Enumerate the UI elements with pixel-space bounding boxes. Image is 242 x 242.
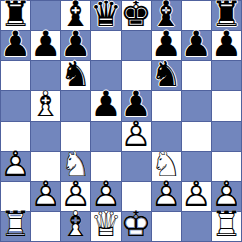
square-e2[interactable] xyxy=(122,182,151,211)
square-b3[interactable] xyxy=(31,152,60,181)
white-queen: ♕ xyxy=(90,208,121,242)
square-b4[interactable] xyxy=(31,122,60,151)
square-e5[interactable]: ♟ xyxy=(122,91,151,120)
white-pawn-fill: ♟ xyxy=(60,177,91,212)
square-c6[interactable]: ♞ xyxy=(61,61,90,90)
white-bishop: ♗ xyxy=(60,208,91,242)
square-f8[interactable]: ♝ xyxy=(152,1,181,30)
square-a1[interactable]: ♜♖ xyxy=(1,212,30,241)
square-e3[interactable] xyxy=(122,152,151,181)
square-e1[interactable]: ♚♔ xyxy=(122,212,151,241)
square-h8[interactable]: ♜ xyxy=(212,1,241,30)
black-rook: ♜ xyxy=(0,0,31,32)
square-b5[interactable]: ♝♗ xyxy=(31,91,60,120)
white-pawn-fill: ♟ xyxy=(30,177,61,212)
square-f4[interactable] xyxy=(152,122,181,151)
black-rook: ♜ xyxy=(211,0,242,32)
white-knight: ♘ xyxy=(60,147,91,182)
square-c8[interactable]: ♝ xyxy=(61,1,90,30)
white-pawn: ♙ xyxy=(120,117,151,152)
white-pawn-fill: ♟ xyxy=(181,177,212,212)
white-bishop: ♗ xyxy=(30,87,61,122)
square-g4[interactable] xyxy=(182,122,211,151)
black-pawn: ♟ xyxy=(181,27,212,62)
black-pawn: ♟ xyxy=(211,27,242,62)
square-h3[interactable] xyxy=(212,152,241,181)
white-pawn: ♙ xyxy=(60,177,91,212)
square-a5[interactable] xyxy=(1,91,30,120)
white-pawn: ♙ xyxy=(150,177,181,212)
white-king: ♔ xyxy=(120,208,151,242)
square-a6[interactable] xyxy=(1,61,30,90)
chess-board: ♜♝♛♚♝♜♟♟♟♟♟♟♞♞♝♗♟♟♟♙♟♙♞♘♞♘♟♙♟♙♟♙♟♙♟♙♟♙♜♖… xyxy=(0,0,242,242)
square-g8[interactable] xyxy=(182,1,211,30)
white-pawn-fill: ♟ xyxy=(0,147,31,182)
square-d2[interactable]: ♟♙ xyxy=(91,182,120,211)
white-pawn: ♙ xyxy=(0,147,31,182)
black-pawn: ♟ xyxy=(60,27,91,62)
square-g7[interactable]: ♟ xyxy=(182,31,211,60)
white-pawn: ♙ xyxy=(30,177,61,212)
black-queen: ♛ xyxy=(90,0,121,32)
square-d8[interactable]: ♛ xyxy=(91,1,120,30)
white-rook: ♖ xyxy=(211,208,242,242)
square-f5[interactable] xyxy=(152,91,181,120)
white-bishop-fill: ♝ xyxy=(30,87,61,122)
white-knight: ♘ xyxy=(150,147,181,182)
square-a8[interactable]: ♜ xyxy=(1,1,30,30)
square-g3[interactable] xyxy=(182,152,211,181)
white-pawn: ♙ xyxy=(90,177,121,212)
white-queen-fill: ♛ xyxy=(90,208,121,242)
square-e8[interactable]: ♚ xyxy=(122,1,151,30)
square-e4[interactable]: ♟♙ xyxy=(122,122,151,151)
square-h7[interactable]: ♟ xyxy=(212,31,241,60)
black-king: ♚ xyxy=(120,0,151,32)
square-a7[interactable]: ♟ xyxy=(1,31,30,60)
white-knight-fill: ♞ xyxy=(150,147,181,182)
white-pawn-fill: ♟ xyxy=(150,177,181,212)
square-h2[interactable]: ♟♙ xyxy=(212,182,241,211)
black-knight: ♞ xyxy=(150,57,181,92)
square-c2[interactable]: ♟♙ xyxy=(61,182,90,211)
black-pawn: ♟ xyxy=(30,27,61,62)
square-d6[interactable] xyxy=(91,61,120,90)
black-pawn: ♟ xyxy=(120,87,151,122)
square-g1[interactable] xyxy=(182,212,211,241)
square-c7[interactable]: ♟ xyxy=(61,31,90,60)
square-d5[interactable]: ♟ xyxy=(91,91,120,120)
square-h1[interactable]: ♜♖ xyxy=(212,212,241,241)
white-rook: ♖ xyxy=(0,208,31,242)
white-rook-fill: ♜ xyxy=(0,208,31,242)
square-e7[interactable] xyxy=(122,31,151,60)
black-pawn: ♟ xyxy=(90,87,121,122)
white-king-fill: ♚ xyxy=(120,208,151,242)
square-b7[interactable]: ♟ xyxy=(31,31,60,60)
square-b8[interactable] xyxy=(31,1,60,30)
white-pawn: ♙ xyxy=(211,177,242,212)
white-pawn-fill: ♟ xyxy=(120,117,151,152)
square-d7[interactable] xyxy=(91,31,120,60)
square-a4[interactable] xyxy=(1,122,30,151)
square-c4[interactable] xyxy=(61,122,90,151)
square-g2[interactable]: ♟♙ xyxy=(182,182,211,211)
square-c5[interactable] xyxy=(61,91,90,120)
black-bishop: ♝ xyxy=(150,0,181,32)
square-h4[interactable] xyxy=(212,122,241,151)
square-f3[interactable]: ♞♘ xyxy=(152,152,181,181)
white-bishop-fill: ♝ xyxy=(60,208,91,242)
square-b6[interactable] xyxy=(31,61,60,90)
square-f6[interactable]: ♞ xyxy=(152,61,181,90)
black-pawn: ♟ xyxy=(150,27,181,62)
square-c1[interactable]: ♝♗ xyxy=(61,212,90,241)
square-g5[interactable] xyxy=(182,91,211,120)
square-a3[interactable]: ♟♙ xyxy=(1,152,30,181)
square-d3[interactable] xyxy=(91,152,120,181)
square-a2[interactable] xyxy=(1,182,30,211)
square-b1[interactable] xyxy=(31,212,60,241)
square-f1[interactable] xyxy=(152,212,181,241)
white-rook-fill: ♜ xyxy=(211,208,242,242)
black-pawn: ♟ xyxy=(0,27,31,62)
white-pawn-fill: ♟ xyxy=(211,177,242,212)
square-f2[interactable]: ♟♙ xyxy=(152,182,181,211)
black-knight: ♞ xyxy=(60,57,91,92)
square-f7[interactable]: ♟ xyxy=(152,31,181,60)
white-pawn: ♙ xyxy=(181,177,212,212)
square-e6[interactable] xyxy=(122,61,151,90)
square-d4[interactable] xyxy=(91,122,120,151)
square-h5[interactable] xyxy=(212,91,241,120)
square-b2[interactable]: ♟♙ xyxy=(31,182,60,211)
black-bishop: ♝ xyxy=(60,0,91,32)
square-d1[interactable]: ♛♕ xyxy=(91,212,120,241)
white-knight-fill: ♞ xyxy=(60,147,91,182)
square-c3[interactable]: ♞♘ xyxy=(61,152,90,181)
white-pawn-fill: ♟ xyxy=(90,177,121,212)
square-g6[interactable] xyxy=(182,61,211,90)
square-h6[interactable] xyxy=(212,61,241,90)
